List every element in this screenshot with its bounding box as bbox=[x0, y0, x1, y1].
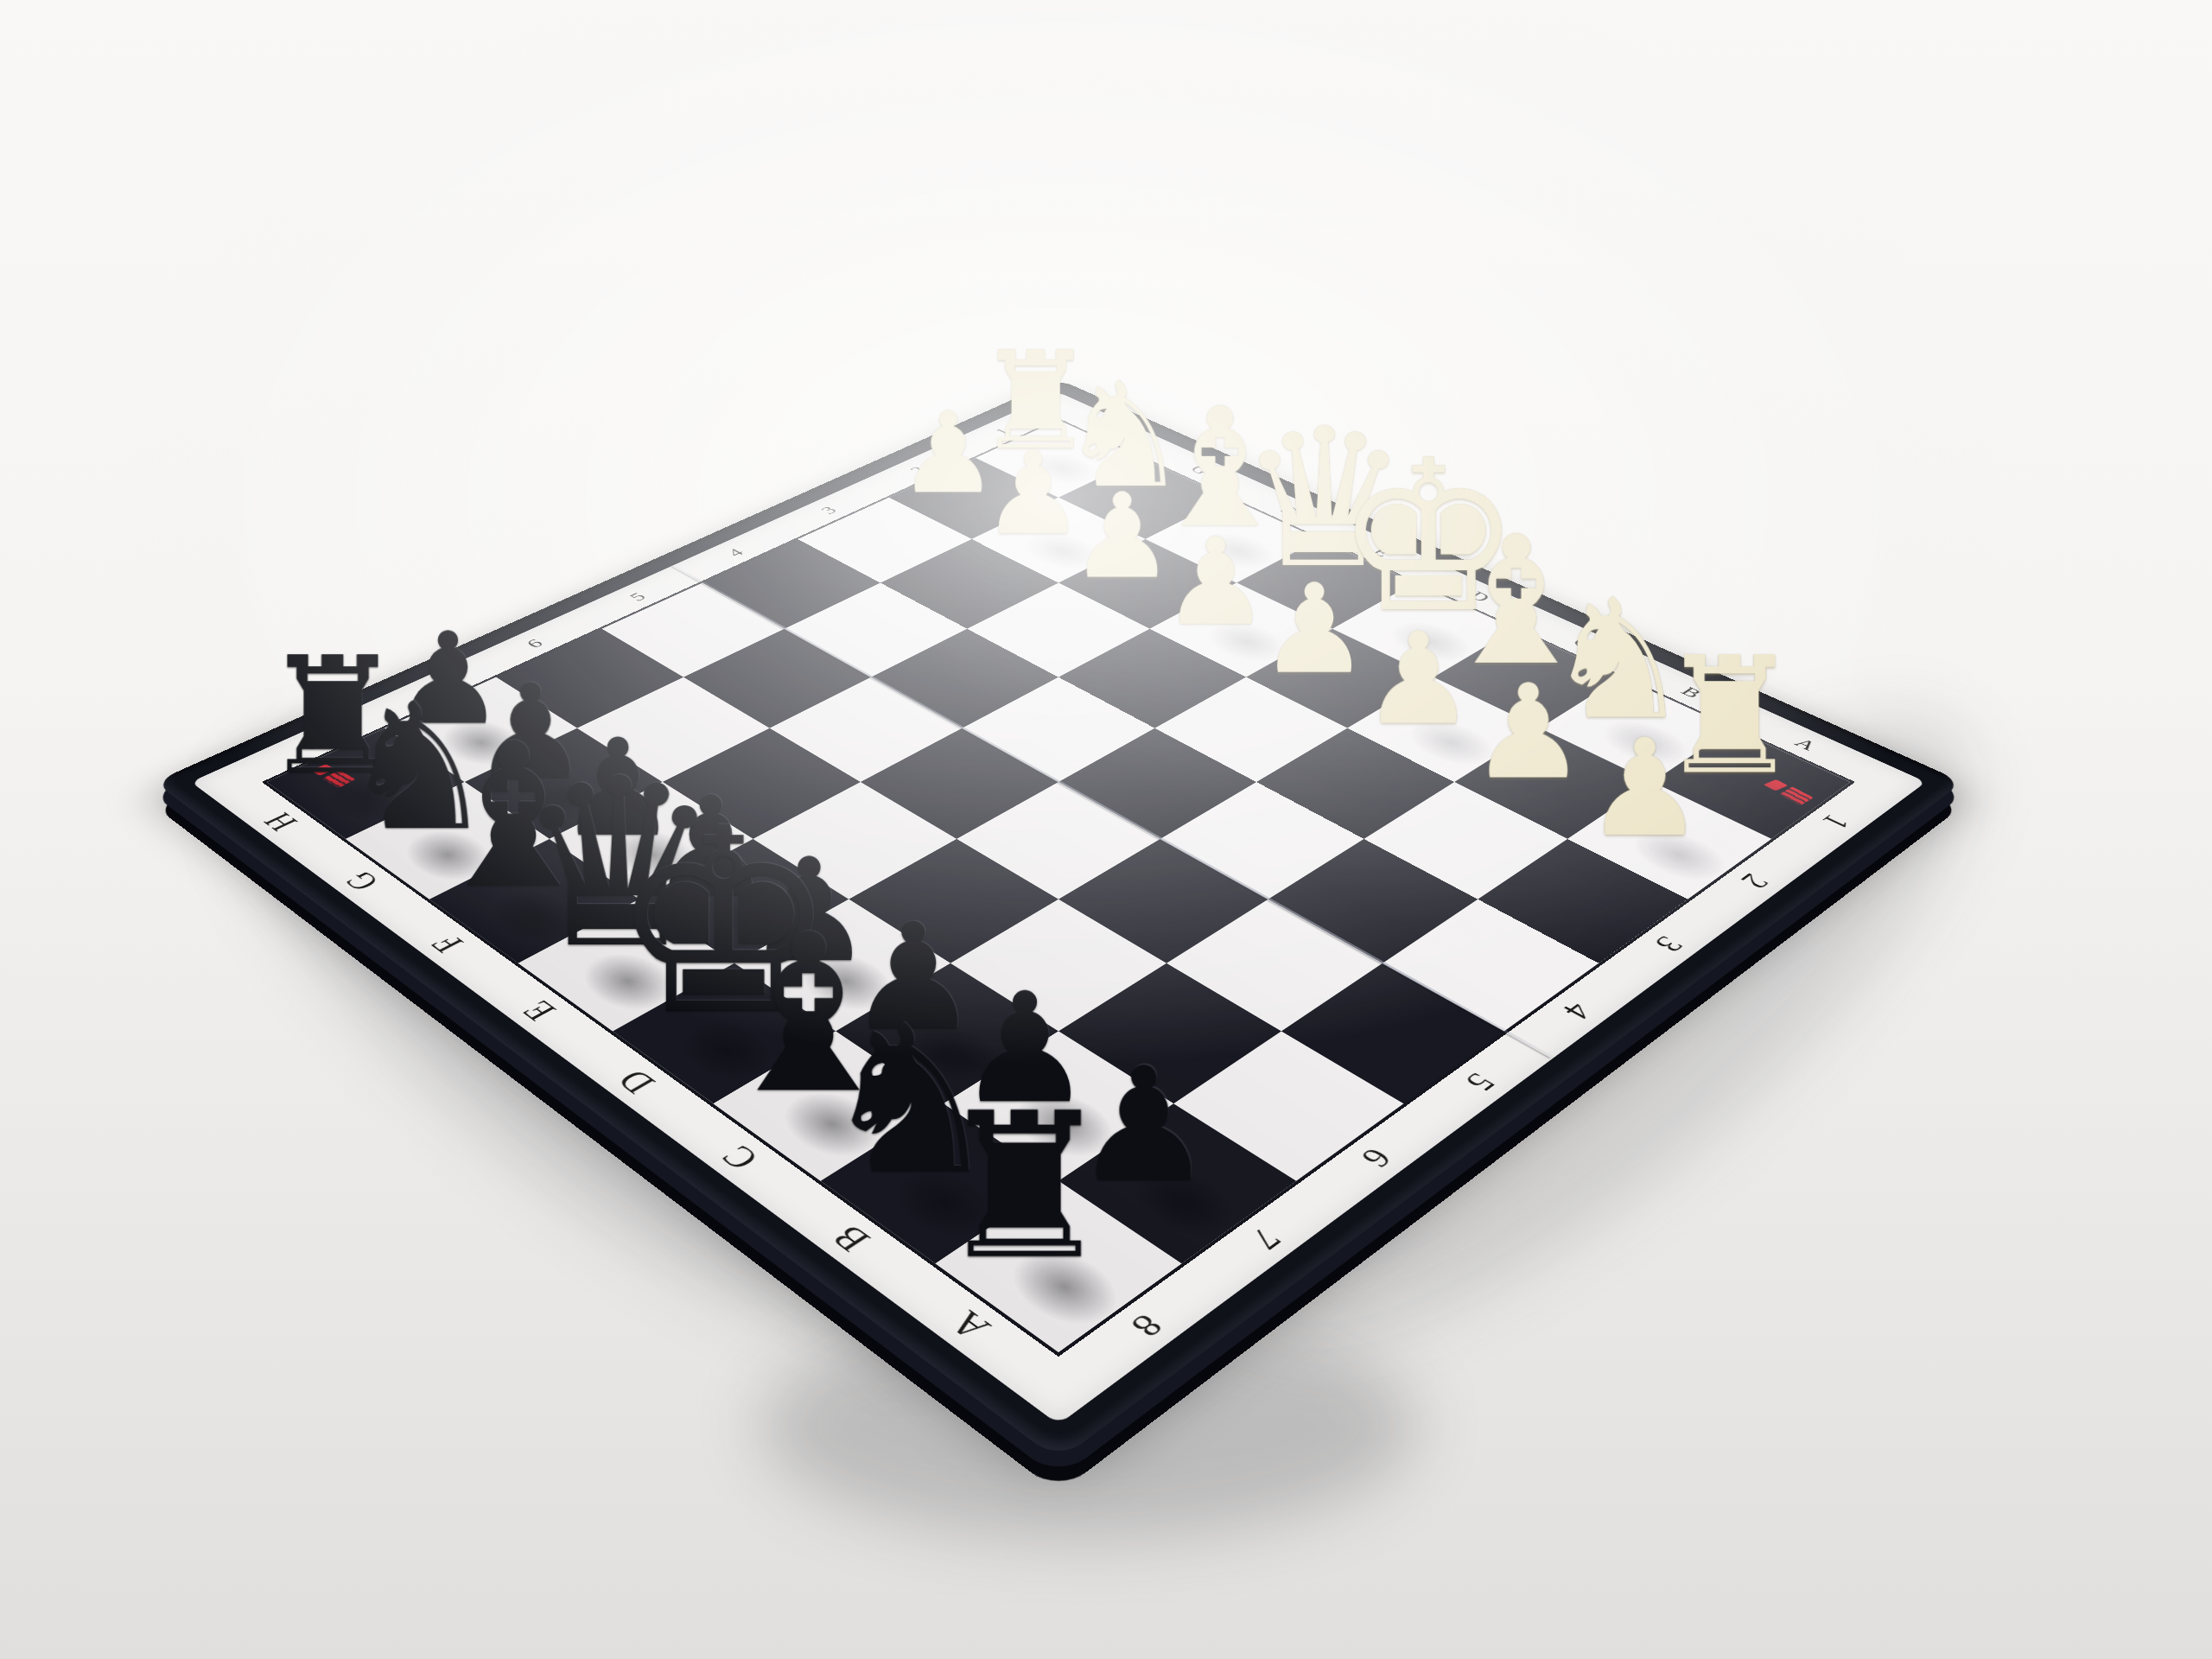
board-grid: ♜♞♝♛♚♝♞♜♟♟♟♟♟♟♟♟♟♟♟♟♟♟♟♟♜♞♝♛♚♝♞♜ bbox=[262, 418, 1855, 1357]
chess-board: ♜♞♝♛♚♝♞♜♟♟♟♟♟♟♟♟♟♟♟♟♟♟♟♟♜♞♝♛♚♝♞♜ HGFEDCB… bbox=[154, 379, 1962, 1461]
piece-white-pawn-a2: ♟ bbox=[1572, 721, 1717, 856]
photo-stage: ♜♞♝♛♚♝♞♜♟♟♟♟♟♟♟♟♟♟♟♟♟♟♟♟♜♞♝♛♚♝♞♜ HGFEDCB… bbox=[0, 0, 2212, 1659]
piece-black-rook-a8: ♜ bbox=[935, 1088, 1110, 1288]
